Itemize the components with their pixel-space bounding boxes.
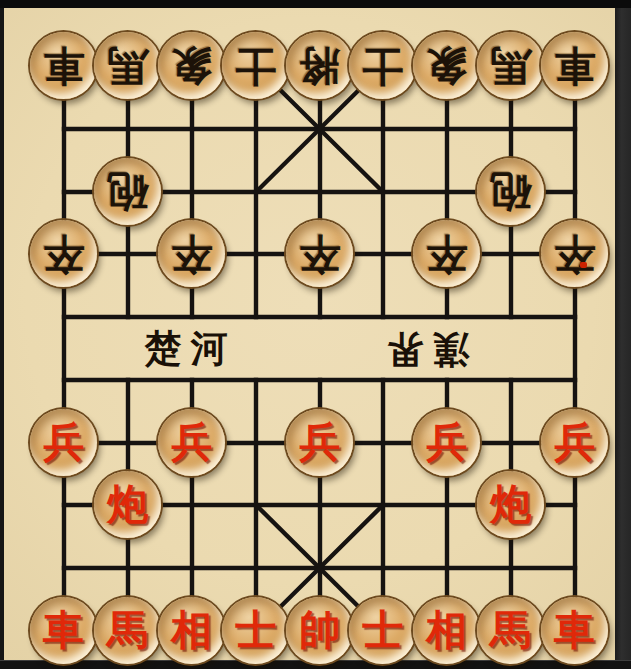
red-dot-artifact bbox=[580, 262, 587, 268]
piece-red-soldier[interactable]: 兵 bbox=[286, 409, 353, 476]
piece-red-chariot[interactable]: 車 bbox=[30, 597, 97, 664]
piece-glyph: 兵 bbox=[299, 422, 340, 463]
piece-red-horse[interactable]: 馬 bbox=[477, 597, 544, 664]
piece-red-general[interactable]: 帥 bbox=[286, 597, 353, 664]
piece-black-advisor[interactable]: 士 bbox=[222, 32, 289, 99]
piece-glyph: 相 bbox=[426, 610, 467, 651]
piece-glyph: 卒 bbox=[299, 233, 340, 274]
piece-black-horse[interactable]: 馬 bbox=[477, 32, 544, 99]
piece-red-advisor[interactable]: 士 bbox=[349, 597, 416, 664]
piece-glyph: 兵 bbox=[171, 422, 212, 463]
piece-glyph: 馬 bbox=[107, 45, 148, 86]
piece-glyph: 馬 bbox=[107, 610, 148, 651]
piece-black-cannon[interactable]: 砲 bbox=[477, 158, 544, 225]
piece-glyph: 相 bbox=[171, 610, 212, 651]
piece-red-cannon[interactable]: 炮 bbox=[94, 471, 161, 538]
piece-glyph: 士 bbox=[235, 610, 276, 651]
piece-glyph: 卒 bbox=[554, 233, 595, 274]
piece-glyph: 馬 bbox=[490, 45, 531, 86]
piece-black-soldier[interactable]: 卒 bbox=[158, 220, 225, 287]
piece-glyph: 馬 bbox=[490, 610, 531, 651]
piece-glyph: 卒 bbox=[426, 233, 467, 274]
piece-glyph: 將 bbox=[299, 45, 340, 86]
piece-glyph: 士 bbox=[362, 610, 403, 651]
piece-black-soldier[interactable]: 卒 bbox=[30, 220, 97, 287]
piece-red-cannon[interactable]: 炮 bbox=[477, 471, 544, 538]
piece-red-chariot[interactable]: 車 bbox=[541, 597, 608, 664]
piece-red-advisor[interactable]: 士 bbox=[222, 597, 289, 664]
piece-glyph: 象 bbox=[171, 45, 212, 86]
piece-red-elephant[interactable]: 相 bbox=[413, 597, 480, 664]
piece-black-horse[interactable]: 馬 bbox=[94, 32, 161, 99]
piece-black-soldier[interactable]: 卒 bbox=[286, 220, 353, 287]
pieces-layer: 車馬象士將士象馬車砲砲卒卒卒卒卒兵兵兵兵兵炮炮車馬相士帥士相馬車 bbox=[0, 0, 631, 669]
piece-glyph: 卒 bbox=[171, 233, 212, 274]
piece-black-soldier[interactable]: 卒 bbox=[413, 220, 480, 287]
piece-glyph: 砲 bbox=[107, 171, 148, 212]
piece-red-soldier[interactable]: 兵 bbox=[158, 409, 225, 476]
piece-black-chariot[interactable]: 車 bbox=[541, 32, 608, 99]
piece-glyph: 兵 bbox=[426, 422, 467, 463]
piece-glyph: 炮 bbox=[490, 484, 531, 525]
piece-black-cannon[interactable]: 砲 bbox=[94, 158, 161, 225]
piece-red-soldier[interactable]: 兵 bbox=[541, 409, 608, 476]
piece-red-soldier[interactable]: 兵 bbox=[30, 409, 97, 476]
piece-black-advisor[interactable]: 士 bbox=[349, 32, 416, 99]
piece-glyph: 卒 bbox=[43, 233, 84, 274]
piece-red-elephant[interactable]: 相 bbox=[158, 597, 225, 664]
piece-black-soldier[interactable]: 卒 bbox=[541, 220, 608, 287]
piece-glyph: 象 bbox=[426, 45, 467, 86]
piece-red-horse[interactable]: 馬 bbox=[94, 597, 161, 664]
piece-glyph: 車 bbox=[554, 610, 595, 651]
piece-glyph: 砲 bbox=[490, 171, 531, 212]
piece-glyph: 帥 bbox=[299, 610, 340, 651]
piece-glyph: 炮 bbox=[107, 484, 148, 525]
piece-black-general[interactable]: 將 bbox=[286, 32, 353, 99]
piece-glyph: 車 bbox=[43, 610, 84, 651]
piece-glyph: 士 bbox=[235, 45, 276, 86]
piece-glyph: 士 bbox=[362, 45, 403, 86]
piece-glyph: 兵 bbox=[43, 422, 84, 463]
piece-black-elephant[interactable]: 象 bbox=[413, 32, 480, 99]
piece-red-soldier[interactable]: 兵 bbox=[413, 409, 480, 476]
piece-glyph: 兵 bbox=[554, 422, 595, 463]
piece-glyph: 車 bbox=[43, 45, 84, 86]
piece-glyph: 車 bbox=[554, 45, 595, 86]
screenshot-frame: 楚河 漢界 車馬象士將士象馬車砲砲卒卒卒卒卒兵兵兵兵兵炮炮車馬相士帥士相馬車 bbox=[0, 0, 631, 669]
piece-black-elephant[interactable]: 象 bbox=[158, 32, 225, 99]
piece-black-chariot[interactable]: 車 bbox=[30, 32, 97, 99]
